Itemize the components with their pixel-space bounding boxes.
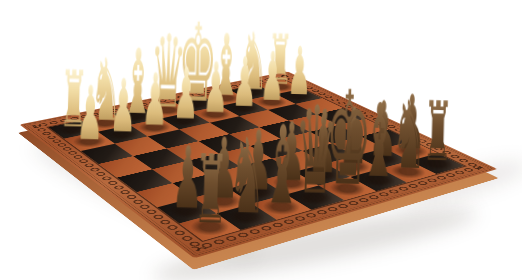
piece-white-bishop[interactable]: ♝ [191, 22, 260, 109]
piece-shadow [232, 85, 274, 99]
piece-shadow [83, 115, 127, 131]
piece-white-bishop[interactable]: ♝ [101, 37, 174, 128]
piece-white-queen[interactable]: ♛ [132, 20, 204, 122]
piece-shadow [204, 91, 246, 105]
piece-black-rook[interactable]: ♜ [165, 143, 256, 240]
square-b2[interactable]: ♟ [98, 125, 148, 144]
perspective-scene: ♜♟♟♜♞♟♟♞♝♟♟♝♚♟♟♚♛♟♟♛♝♟♟♝♞♟♟♞♜♟♟♜ [0, 0, 522, 280]
square-g1[interactable]: ♞ [230, 85, 276, 100]
piece-white-pawn[interactable]: ♟ [118, 63, 192, 137]
piece-shadow [100, 126, 145, 143]
square-b1[interactable]: ♞ [81, 114, 130, 132]
square-f1[interactable]: ♝ [202, 90, 248, 106]
board-surface: ♜♟♟♜♞♟♟♞♝♟♟♝♚♟♟♚♛♟♟♛♝♟♟♝♞♟♟♞♜♟♟♜ [20, 71, 498, 258]
camera-tilt: ♜♟♟♜♞♟♟♞♝♟♟♝♚♟♟♚♛♟♟♛♝♟♟♝♞♟♟♞♜♟♟♜ [0, 0, 522, 280]
piece-shadow [51, 121, 96, 138]
piece-white-king[interactable]: ♚ [162, 8, 233, 118]
piece-shadow [115, 109, 159, 125]
piece-white-rook[interactable]: ♜ [36, 60, 111, 140]
board-grid: ♜♟♟♜♞♟♟♞♝♟♟♝♚♟♟♚♛♟♟♛♝♟♟♝♞♟♟♞♜♟♟♜ [48, 80, 464, 241]
square-e1[interactable]: ♚ [173, 96, 220, 112]
piece-white-pawn[interactable]: ♟ [52, 75, 129, 152]
chess-board: ♜♟♟♜♞♟♟♞♝♟♟♝♚♟♟♚♛♟♟♛♝♟♟♝♞♟♟♞♜♟♟♜ [20, 71, 498, 258]
piece-white-pawn[interactable]: ♟ [86, 69, 161, 144]
square-c1[interactable]: ♝ [113, 108, 161, 125]
square-d1[interactable]: ♛ [144, 102, 191, 119]
piece-shadow [175, 97, 218, 112]
piece-white-knight[interactable]: ♞ [69, 46, 143, 134]
square-a1[interactable]: ♜ [48, 121, 97, 139]
chess-photo-stage: ♜♟♟♜♞♟♟♞♝♟♟♝♚♟♟♚♛♟♟♛♝♟♟♝♞♟♟♞♜♟♟♜ [0, 0, 522, 280]
piece-shadow [146, 103, 189, 118]
